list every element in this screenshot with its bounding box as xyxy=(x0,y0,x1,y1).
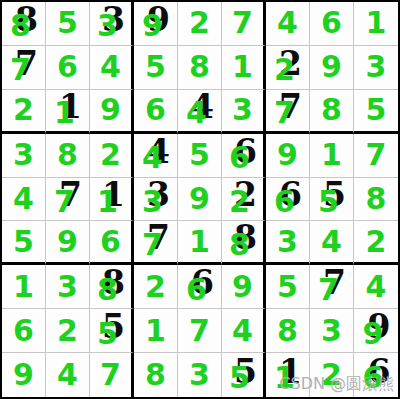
cell-r9c1[interactable]: 9 xyxy=(2,353,46,397)
given-digit: 5 xyxy=(225,349,266,393)
cell-r9c2[interactable]: 4 xyxy=(46,353,90,397)
cell-r3c4[interactable]: 6 xyxy=(134,90,178,134)
cell-r3c2[interactable]: 11 xyxy=(46,90,90,134)
solution-digit: 2 xyxy=(134,265,177,308)
solution-digit: 6 xyxy=(219,137,260,180)
solution-digit: 7 xyxy=(307,268,350,311)
cell-r7c4[interactable]: 2 xyxy=(134,265,178,309)
cell-r7c9[interactable]: 4 xyxy=(354,265,398,309)
given-digit: 7 xyxy=(269,86,312,127)
cell-r5c2[interactable]: 77 xyxy=(46,178,90,222)
cell-r9c8[interactable]: 2 xyxy=(310,353,354,397)
cell-r8c3[interactable]: 55 xyxy=(90,309,134,353)
given-digit: 6 xyxy=(225,130,266,173)
solution-digit: 1 xyxy=(310,134,353,177)
cell-r9c4[interactable]: 8 xyxy=(134,353,178,397)
cell-r2c1[interactable]: 77 xyxy=(2,46,46,90)
solution-digit: 5 xyxy=(2,221,45,262)
solution-digit: 9 xyxy=(46,221,89,262)
solution-digit: 2 xyxy=(178,2,221,45)
cell-r7c5[interactable]: 66 xyxy=(178,265,222,309)
cell-r6c5[interactable]: 1 xyxy=(178,221,222,265)
given-digit: 2 xyxy=(225,174,266,217)
solution-digit: 6 xyxy=(90,221,131,262)
given-digit: 8 xyxy=(93,261,134,304)
solution-digit: 1 xyxy=(87,181,128,224)
cell-r9c9[interactable]: 66 xyxy=(354,353,398,397)
cell-r4c3[interactable]: 2 xyxy=(90,134,134,178)
solution-digit: 6 xyxy=(2,309,45,352)
given-digit: 6 xyxy=(357,349,400,393)
cell-r5c7[interactable]: 66 xyxy=(266,178,310,222)
cell-r4c6[interactable]: 66 xyxy=(222,134,266,178)
solution-digit: 5 xyxy=(307,181,350,224)
solution-digit: 2 xyxy=(310,353,353,397)
cell-r2c9[interactable]: 3 xyxy=(354,46,398,90)
given-digit: 1 xyxy=(49,86,92,127)
cell-r7c2[interactable]: 3 xyxy=(46,265,90,309)
solution-digit: 1 xyxy=(354,2,398,45)
solution-digit: 8 xyxy=(354,178,398,221)
solution-digit: 9 xyxy=(2,353,45,397)
solution-digit: 7 xyxy=(0,49,42,92)
given-digit: 1 xyxy=(269,349,312,393)
cell-r6c2[interactable]: 9 xyxy=(46,221,90,265)
cell-r3c1[interactable]: 2 xyxy=(2,90,46,134)
solution-digit: 6 xyxy=(46,46,89,89)
solution-digit: 2 xyxy=(2,90,45,131)
solution-digit: 7 xyxy=(222,2,263,45)
cell-r4c9[interactable]: 7 xyxy=(354,134,398,178)
solution-digit: 8 xyxy=(87,268,128,311)
given-digit: 9 xyxy=(357,305,400,348)
cell-r3c3[interactable]: 9 xyxy=(90,90,134,134)
cell-r1c2[interactable]: 5 xyxy=(46,2,90,46)
given-digit: 3 xyxy=(93,0,134,41)
cell-r8c7[interactable]: 8 xyxy=(266,309,310,353)
solution-digit: 4 xyxy=(131,137,174,180)
given-digit: 2 xyxy=(269,42,312,85)
solution-digit: 1 xyxy=(178,221,221,262)
given-digit: 7 xyxy=(5,42,48,85)
cell-r5c4[interactable]: 33 xyxy=(134,178,178,222)
given-digit: 8 xyxy=(5,0,48,41)
given-digit: 7 xyxy=(137,217,180,258)
solution-digit: 3 xyxy=(178,353,221,397)
cell-r5c5[interactable]: 9 xyxy=(178,178,222,222)
solution-digit: 2 xyxy=(46,309,89,352)
given-digit: 7 xyxy=(49,174,92,217)
solution-digit: 4 xyxy=(175,93,218,134)
cell-r8c8[interactable]: 3 xyxy=(310,309,354,353)
solution-digit: 9 xyxy=(131,5,174,48)
cell-r9c6[interactable]: 55 xyxy=(222,353,266,397)
cell-r6c6[interactable]: 88 xyxy=(222,221,266,265)
solution-digit: 9 xyxy=(178,178,221,221)
solution-digit: 2 xyxy=(354,221,398,262)
solution-digit: 4 xyxy=(310,221,353,262)
given-digit: 9 xyxy=(137,0,180,41)
solution-digit: 8 xyxy=(310,90,353,131)
given-digit: 4 xyxy=(181,86,224,127)
solution-digit: 7 xyxy=(43,181,86,224)
cell-r8c2[interactable]: 2 xyxy=(46,309,90,353)
solution-digit: 6 xyxy=(134,90,177,131)
cell-r1c5[interactable]: 2 xyxy=(178,2,222,46)
solution-digit: 4 xyxy=(46,353,89,397)
solution-digit: 6 xyxy=(351,356,395,399)
solution-digit: 1 xyxy=(134,309,177,352)
cell-r8c5[interactable]: 7 xyxy=(178,309,222,353)
cell-r3c8[interactable]: 8 xyxy=(310,90,354,134)
solution-digit: 5 xyxy=(178,134,221,177)
cell-r5c8[interactable]: 55 xyxy=(310,178,354,222)
cell-r3c7[interactable]: 77 xyxy=(266,90,310,134)
cell-r1c4[interactable]: 99 xyxy=(134,2,178,46)
cell-r5c3[interactable]: 11 xyxy=(90,178,134,222)
cell-r6c4[interactable]: 77 xyxy=(134,221,178,265)
cell-r3c5[interactable]: 44 xyxy=(178,90,222,134)
solution-digit: 3 xyxy=(310,309,353,352)
cell-r9c5[interactable]: 3 xyxy=(178,353,222,397)
cell-r6c8[interactable]: 4 xyxy=(310,221,354,265)
solution-digit: 4 xyxy=(90,46,131,89)
cell-r7c8[interactable]: 77 xyxy=(310,265,354,309)
cell-r4c8[interactable]: 1 xyxy=(310,134,354,178)
cell-r7c1[interactable]: 1 xyxy=(2,265,46,309)
given-digit: 3 xyxy=(137,174,180,217)
cell-r5c1[interactable]: 4 xyxy=(2,178,46,222)
cell-r2c4[interactable]: 5 xyxy=(134,46,178,90)
cell-r3c6[interactable]: 3 xyxy=(222,90,266,134)
given-digit: 1 xyxy=(93,174,134,217)
solution-digit: 3 xyxy=(354,46,398,89)
solution-digit: 1 xyxy=(43,93,86,134)
cell-r1c7[interactable]: 4 xyxy=(266,2,310,46)
solution-digit: 9 xyxy=(90,90,131,131)
solution-digit: 9 xyxy=(310,46,353,89)
solution-digit: 8 xyxy=(134,353,177,397)
cell-r7c7[interactable]: 5 xyxy=(266,265,310,309)
cell-r2c2[interactable]: 6 xyxy=(46,46,90,90)
given-digit: 4 xyxy=(137,130,180,173)
solution-digit: 4 xyxy=(354,265,398,308)
solution-digit: 5 xyxy=(134,46,177,89)
solution-digit: 7 xyxy=(131,224,174,265)
solution-digit: 8 xyxy=(46,134,89,177)
solution-digit: 5 xyxy=(219,356,260,399)
cell-r2c3[interactable]: 4 xyxy=(90,46,134,90)
solution-digit: 8 xyxy=(178,46,221,89)
solution-digit: 3 xyxy=(2,134,45,177)
cell-r7c3[interactable]: 88 xyxy=(90,265,134,309)
cell-r4c1[interactable]: 3 xyxy=(2,134,46,178)
cell-r9c3[interactable]: 7 xyxy=(90,353,134,397)
solution-digit: 9 xyxy=(222,265,263,308)
cell-r4c4[interactable]: 44 xyxy=(134,134,178,178)
solution-digit: 5 xyxy=(354,90,398,131)
solution-digit: 3 xyxy=(46,265,89,308)
cell-r1c8[interactable]: 6 xyxy=(310,2,354,46)
solution-digit: 7 xyxy=(178,309,221,352)
sudoku-board: 8853399274617764581229321196443778538244… xyxy=(0,0,400,399)
cell-r9c7[interactable]: 11 xyxy=(266,353,310,397)
solution-digit: 1 xyxy=(2,265,45,308)
solution-digit: 5 xyxy=(266,265,309,308)
cell-r2c6[interactable]: 1 xyxy=(222,46,266,90)
cell-r1c6[interactable]: 7 xyxy=(222,2,266,46)
cell-r4c2[interactable]: 8 xyxy=(46,134,90,178)
cell-r6c9[interactable]: 2 xyxy=(354,221,398,265)
sudoku-screenshot: 8853399274617764581229321196443778538244… xyxy=(0,0,400,399)
given-digit: 5 xyxy=(93,305,134,348)
solution-digit: 9 xyxy=(266,134,309,177)
solution-digit: 9 xyxy=(351,312,395,355)
solution-digit: 3 xyxy=(222,90,263,131)
cell-r8c4[interactable]: 1 xyxy=(134,309,178,353)
cell-r4c7[interactable]: 9 xyxy=(266,134,310,178)
solution-digit: 5 xyxy=(87,312,128,355)
cell-r4c5[interactable]: 5 xyxy=(178,134,222,178)
cell-r2c8[interactable]: 9 xyxy=(310,46,354,90)
solution-digit: 2 xyxy=(219,181,260,224)
solution-digit: 6 xyxy=(175,268,218,311)
solution-digit: 8 xyxy=(266,309,309,352)
cell-r5c6[interactable]: 22 xyxy=(222,178,266,222)
solution-digit: 6 xyxy=(310,2,353,45)
solution-digit: 8 xyxy=(219,224,260,265)
given-digit: 6 xyxy=(181,261,224,304)
solution-digit: 7 xyxy=(90,353,131,397)
cell-r2c7[interactable]: 22 xyxy=(266,46,310,90)
solution-digit: 3 xyxy=(266,221,309,262)
given-digit: 6 xyxy=(269,174,312,217)
given-digit: 5 xyxy=(313,174,356,217)
cell-r6c3[interactable]: 6 xyxy=(90,221,134,265)
solution-digit: 6 xyxy=(263,181,306,224)
solution-digit: 7 xyxy=(263,93,306,134)
cell-r1c1[interactable]: 88 xyxy=(2,2,46,46)
cell-r8c1[interactable]: 6 xyxy=(2,309,46,353)
cell-r1c9[interactable]: 1 xyxy=(354,2,398,46)
cell-r8c6[interactable]: 4 xyxy=(222,309,266,353)
given-digit: 7 xyxy=(313,261,356,304)
solution-digit: 2 xyxy=(90,134,131,177)
solution-digit: 1 xyxy=(263,356,306,399)
solution-digit: 4 xyxy=(266,2,309,45)
solution-digit: 7 xyxy=(354,134,398,177)
cell-r5c9[interactable]: 8 xyxy=(354,178,398,222)
cell-r1c3[interactable]: 33 xyxy=(90,2,134,46)
solution-digit: 8 xyxy=(0,5,42,48)
cell-r3c9[interactable]: 5 xyxy=(354,90,398,134)
cell-r6c1[interactable]: 5 xyxy=(2,221,46,265)
given-digit: 8 xyxy=(225,217,266,258)
solution-digit: 4 xyxy=(222,309,263,352)
cell-r7c6[interactable]: 9 xyxy=(222,265,266,309)
solution-digit: 2 xyxy=(263,49,306,92)
cell-r2c5[interactable]: 8 xyxy=(178,46,222,90)
solution-digit: 3 xyxy=(131,181,174,224)
cell-r8c9[interactable]: 99 xyxy=(354,309,398,353)
solution-digit: 5 xyxy=(46,2,89,45)
cell-r6c7[interactable]: 3 xyxy=(266,221,310,265)
solution-digit: 4 xyxy=(2,178,45,221)
solution-digit: 3 xyxy=(87,5,128,48)
solution-digit: 1 xyxy=(222,46,263,89)
